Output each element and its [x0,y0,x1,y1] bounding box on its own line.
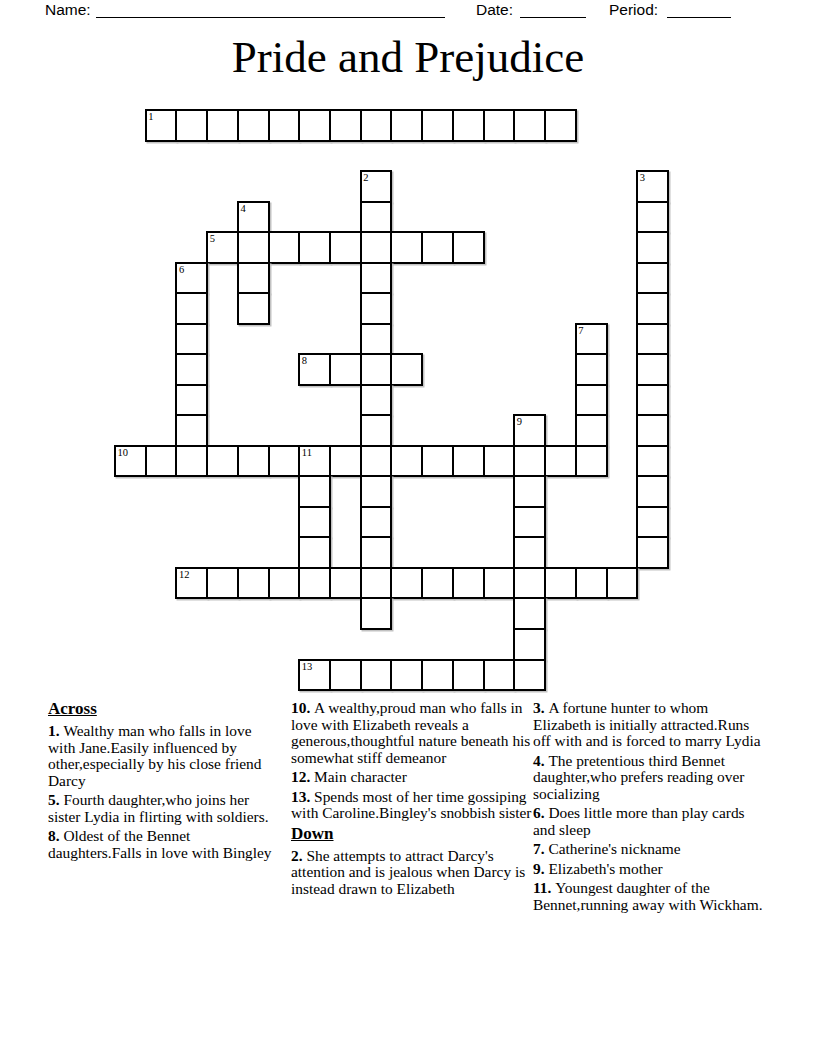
grid-cell[interactable]: 9 [513,414,546,447]
grid-cell[interactable] [636,445,669,478]
date-blank-line [520,1,586,18]
grid-cell[interactable] [421,567,454,600]
clue-number-label: 6. [533,804,548,821]
grid-cell[interactable] [298,109,331,142]
grid-cell[interactable] [636,506,669,539]
grid-cell[interactable] [390,231,423,264]
grid-cell[interactable] [513,475,546,508]
grid-cell[interactable]: 11 [298,445,331,478]
grid-cell[interactable] [575,567,608,600]
grid-cell[interactable] [360,323,393,356]
clue-number: 7 [578,325,583,337]
grid-cell[interactable] [513,109,546,142]
clue-number-label: 8. [48,827,63,844]
grid-cell[interactable]: 8 [298,353,331,386]
grid-cell[interactable] [636,262,669,295]
worksheet-page: { "header": { "name_label": "Name:", "da… [0,0,816,1056]
grid-cell[interactable] [513,597,546,630]
grid-cell[interactable]: 2 [360,170,393,203]
clue-number-label: 3. [533,699,548,716]
grid-cell[interactable] [360,384,393,417]
grid-cell[interactable]: 1 [145,109,178,142]
grid-cell[interactable] [175,414,208,447]
grid-cell[interactable] [175,353,208,386]
grid-cell[interactable] [206,109,239,142]
grid-cell[interactable]: 7 [575,323,608,356]
grid-cell[interactable] [575,384,608,417]
clue-number: 12 [179,569,190,581]
grid-cell[interactable] [298,567,331,600]
grid-cell[interactable] [421,109,454,142]
date-label: Date: [476,1,513,18]
grid-cell[interactable] [544,109,577,142]
grid-cell[interactable] [360,659,393,692]
grid-cell[interactable] [329,109,362,142]
clue-number: 9 [517,416,522,428]
clue-number-label: 13. [291,788,314,805]
grid-cell[interactable] [360,597,393,630]
grid-cell[interactable]: 13 [298,659,331,692]
grid-cell[interactable] [329,659,362,692]
clue-number: 11 [302,447,312,459]
clue-2: 2. She attempts to attract Darcy's atten… [291,848,533,898]
clue-6: 6. Does little more than play cards and … [533,805,765,838]
grid-cell[interactable] [636,536,669,569]
grid-cell[interactable] [483,109,516,142]
grid-cell[interactable]: 10 [114,445,147,478]
clue-number-label: 4. [533,752,548,769]
grid-cell[interactable] [636,414,669,447]
grid-cell[interactable] [237,231,270,264]
grid-cell[interactable] [298,536,331,569]
grid-cell[interactable] [329,231,362,264]
grid-cell[interactable] [636,292,669,325]
clue-number-label: 5. [48,791,63,808]
grid-cell[interactable]: 12 [175,567,208,600]
grid-cell[interactable] [544,567,577,600]
across-heading: Across [48,700,278,718]
grid-cell[interactable] [636,384,669,417]
grid-cell[interactable] [329,353,362,386]
grid-cell[interactable] [268,109,301,142]
clue-number: 10 [118,447,129,459]
grid-cell[interactable] [390,659,423,692]
clue-column-middle: 10. A wealthy,proud man who falls in lov… [291,700,533,900]
grid-cell[interactable] [513,536,546,569]
grid-cell[interactable] [360,536,393,569]
clue-number: 5 [210,233,215,245]
clue-number-label: 12. [291,768,314,785]
grid-cell[interactable] [237,445,270,478]
grid-cell[interactable] [360,353,393,386]
grid-cell[interactable] [606,567,639,600]
grid-cell[interactable] [175,323,208,356]
puzzle-title: Pride and Prejudice [0,30,816,84]
grid-cell[interactable] [544,445,577,478]
clue-10: 10. A wealthy,proud man who falls in lov… [291,700,533,766]
grid-cell[interactable] [636,323,669,356]
grid-cell[interactable] [452,231,485,264]
grid-cell[interactable] [513,445,546,478]
grid-cell[interactable] [513,567,546,600]
clue-column-down: 3. A fortune hunter to whom Elizabeth is… [533,700,765,916]
grid-cell[interactable] [421,659,454,692]
clue-1: 1. Wealthy man who falls in love with Ja… [48,723,278,789]
grid-cell[interactable] [360,201,393,234]
grid-cell[interactable] [206,445,239,478]
grid-cell[interactable] [513,506,546,539]
grid-cell[interactable] [452,659,485,692]
grid-cell[interactable] [237,567,270,600]
clue-5: 5. Fourth daughter,who joins her sister … [48,792,278,825]
grid-cell[interactable] [360,231,393,264]
grid-cell[interactable] [268,567,301,600]
grid-cell[interactable] [390,445,423,478]
grid-cell[interactable] [575,445,608,478]
grid-cell[interactable]: 4 [237,201,270,234]
grid-cell[interactable] [452,109,485,142]
clue-number: 8 [302,355,307,367]
grid-cell[interactable] [483,659,516,692]
grid-cell[interactable] [483,567,516,600]
grid-cell[interactable] [360,475,393,508]
clue-number-label: 2. [291,847,306,864]
clue-number: 3 [640,172,645,184]
grid-cell[interactable] [575,414,608,447]
clue-13: 13. Spends most of her time gossiping wi… [291,789,533,822]
grid-cell[interactable] [329,567,362,600]
clue-number: 2 [363,172,368,184]
grid-cell[interactable] [360,445,393,478]
grid-cell[interactable] [360,292,393,325]
clue-number: 6 [179,264,184,276]
grid-cell[interactable] [390,567,423,600]
grid-cell[interactable] [390,109,423,142]
grid-cell[interactable] [175,292,208,325]
grid-cell[interactable] [175,109,208,142]
grid-cell[interactable] [636,475,669,508]
grid-cell[interactable] [237,109,270,142]
grid-cell[interactable] [421,445,454,478]
grid-cell[interactable] [513,659,546,692]
grid-cell[interactable] [575,353,608,386]
grid-cell[interactable] [360,506,393,539]
crossword-grid: 12345678910111213 [115,110,669,691]
grid-cell[interactable] [298,506,331,539]
clue-number-label: 7. [533,840,548,857]
clue-number-label: 1. [48,722,63,739]
grid-cell[interactable] [206,567,239,600]
grid-cell[interactable] [421,231,454,264]
grid-cell[interactable] [360,414,393,447]
grid-cell[interactable] [636,201,669,234]
grid-cell[interactable] [360,567,393,600]
name-blank-line [96,1,445,18]
grid-cell[interactable] [298,475,331,508]
grid-cell[interactable] [452,445,485,478]
grid-cell[interactable] [237,262,270,295]
clue-number-label: 10. [291,699,314,716]
grid-cell[interactable] [360,262,393,295]
grid-cell[interactable] [175,445,208,478]
clue-9: 9. Elizabeth's mother [533,861,765,878]
grid-cell[interactable] [452,567,485,600]
grid-cell[interactable] [360,109,393,142]
grid-cell[interactable] [483,445,516,478]
clue-11: 11. Youngest daughter of the Bennet,runn… [533,880,765,913]
clue-number: 13 [302,661,313,673]
clue-number: 1 [148,111,153,123]
grid-cell[interactable] [329,445,362,478]
clue-number-label: 9. [533,860,548,877]
grid-cell[interactable] [268,231,301,264]
grid-cell[interactable] [298,231,331,264]
period-blank-line [667,1,731,18]
clue-4: 4. The pretentious third Bennet daughter… [533,753,765,803]
clue-7: 7. Catherine's nickname [533,841,765,858]
grid-cell[interactable] [237,292,270,325]
grid-cell[interactable] [390,353,423,386]
grid-cell[interactable]: 3 [636,170,669,203]
clue-8: 8. Oldest of the Bennet daughters.Falls … [48,828,278,861]
name-label: Name: [45,1,91,18]
grid-cell[interactable] [145,445,178,478]
grid-cell[interactable] [268,445,301,478]
grid-cell[interactable] [636,231,669,264]
clue-column-across: Across1. Wealthy man who falls in love w… [48,700,278,864]
down-heading: Down [291,825,533,843]
grid-cell[interactable]: 5 [206,231,239,264]
grid-cell[interactable] [636,353,669,386]
grid-cell[interactable] [175,384,208,417]
grid-cell[interactable]: 6 [175,262,208,295]
grid-cell[interactable] [513,628,546,661]
clue-12: 12. Main character [291,769,533,786]
clue-number-label: 11. [533,879,555,896]
clue-3: 3. A fortune hunter to whom Elizabeth is… [533,700,765,750]
period-label: Period: [609,1,658,18]
clue-number: 4 [240,203,245,215]
